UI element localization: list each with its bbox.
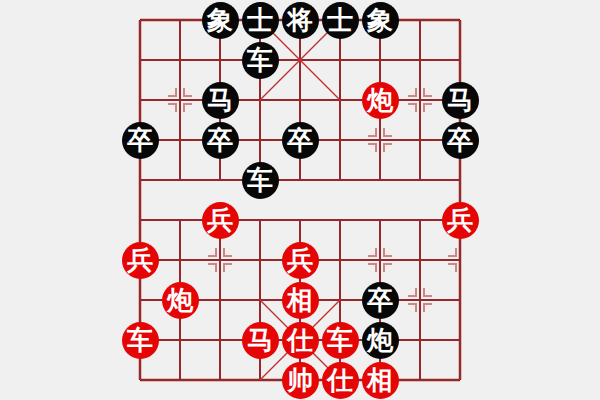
piece-red-soldier[interactable]: 兵 [122,242,159,279]
piece-red-cannon[interactable]: 炮 [362,82,399,119]
piece-black-cannon[interactable]: 炮 [362,322,399,359]
xiangqi-board: 象士将士象车马马卒卒卒卒车卒炮炮兵兵兵兵炮相车马仕车帅仕相 [0,0,600,400]
piece-black-horse[interactable]: 马 [202,82,239,119]
pieces-layer: 象士将士象车马马卒卒卒卒车卒炮炮兵兵兵兵炮相车马仕车帅仕相 [0,0,600,400]
piece-red-soldier[interactable]: 兵 [442,202,479,239]
piece-red-advisor[interactable]: 仕 [282,322,319,359]
piece-black-soldier[interactable]: 卒 [362,282,399,319]
piece-black-elephant[interactable]: 象 [362,2,399,39]
piece-black-soldier[interactable]: 卒 [202,122,239,159]
piece-black-horse[interactable]: 马 [442,82,479,119]
piece-red-elephant[interactable]: 相 [362,362,399,399]
piece-black-advisor[interactable]: 士 [322,2,359,39]
piece-red-chariot[interactable]: 车 [322,322,359,359]
piece-black-soldier[interactable]: 卒 [122,122,159,159]
piece-black-soldier[interactable]: 卒 [282,122,319,159]
piece-black-soldier[interactable]: 卒 [442,122,479,159]
piece-red-soldier[interactable]: 兵 [282,242,319,279]
piece-black-chariot[interactable]: 车 [242,42,279,79]
piece-black-general[interactable]: 将 [282,2,319,39]
piece-red-general[interactable]: 帅 [282,362,319,399]
piece-black-elephant[interactable]: 象 [202,2,239,39]
piece-red-chariot[interactable]: 车 [122,322,159,359]
piece-black-chariot[interactable]: 车 [242,162,279,199]
piece-black-advisor[interactable]: 士 [242,2,279,39]
piece-red-elephant[interactable]: 相 [282,282,319,319]
piece-red-horse[interactable]: 马 [242,322,279,359]
piece-red-advisor[interactable]: 仕 [322,362,359,399]
piece-red-cannon[interactable]: 炮 [162,282,199,319]
piece-red-soldier[interactable]: 兵 [202,202,239,239]
